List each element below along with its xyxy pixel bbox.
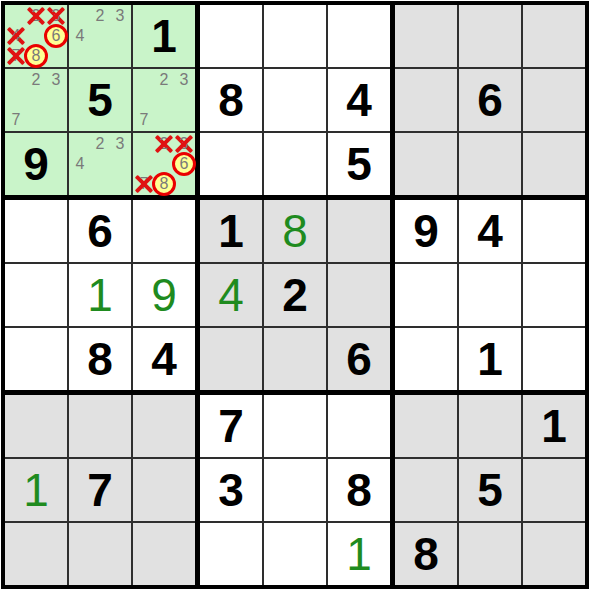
pencil-mark-3: 3	[110, 134, 130, 154]
cell-r1-c6[interactable]	[395, 69, 457, 131]
cell-r7-c7[interactable]: 5	[459, 459, 521, 521]
box-3: 61984	[5, 200, 195, 390]
cell-r2-c5[interactable]: 5	[328, 133, 390, 195]
cell-r7-c0[interactable]: 1	[5, 459, 67, 521]
cell-r5-c1[interactable]: 8	[69, 328, 131, 390]
box-5: 941	[395, 200, 585, 390]
cell-r7-c2[interactable]	[133, 459, 195, 521]
pencil-mark-2: 2	[154, 70, 174, 90]
pencil-grid: 237	[6, 70, 66, 130]
cell-value: 1	[346, 531, 372, 577]
cell-value: 9	[413, 208, 439, 254]
cell-value: 1	[218, 208, 244, 254]
pencil-mark-8-circled: 8	[26, 46, 46, 66]
cell-r2-c6[interactable]	[395, 133, 457, 195]
cell-r3-c6[interactable]: 9	[395, 200, 457, 262]
cell-r2-c8[interactable]	[523, 133, 585, 195]
pencil-mark-7: 7	[6, 110, 26, 130]
cell-r7-c4[interactable]	[264, 459, 326, 521]
cell-r5-c5[interactable]: 6	[328, 328, 390, 390]
cell-r6-c3[interactable]: 7	[200, 395, 262, 457]
box-2: 6	[395, 5, 585, 195]
cell-r6-c7[interactable]	[459, 395, 521, 457]
pencil-grid: 234678	[6, 6, 66, 66]
cell-value: 5	[87, 77, 113, 123]
pencil-mark-3-crossed-out: 3	[46, 6, 66, 26]
pencil-mark-3: 3	[174, 70, 194, 90]
cell-r8-c1[interactable]	[69, 523, 131, 585]
cell-value: 1	[151, 13, 177, 59]
cell-r0-c4[interactable]	[264, 5, 326, 67]
pencil-mark-8-circled: 8	[154, 174, 174, 194]
cell-r8-c0[interactable]	[5, 523, 67, 585]
cell-r1-c3[interactable]: 8	[200, 69, 262, 131]
cell-r1-c2[interactable]: 237	[133, 69, 195, 131]
pencil-mark-6-circled: 6	[46, 26, 66, 46]
cell-value: 2	[282, 272, 308, 318]
cell-value: 9	[151, 272, 177, 318]
cell-value: 1	[541, 403, 567, 449]
cell-r4-c4[interactable]: 2	[264, 264, 326, 326]
cell-value: 1	[87, 272, 113, 318]
cell-r8-c2[interactable]	[133, 523, 195, 585]
cell-r0-c1[interactable]: 234	[69, 5, 131, 67]
cell-r7-c1[interactable]: 7	[69, 459, 131, 521]
cell-r5-c2[interactable]: 4	[133, 328, 195, 390]
cell-r5-c8[interactable]	[523, 328, 585, 390]
cell-value: 6	[477, 77, 503, 123]
pencil-mark-2-crossed-out: 2	[154, 134, 174, 154]
pencil-mark-6-circled: 6	[174, 154, 194, 174]
pencil-mark-7: 7	[134, 110, 154, 130]
cell-r4-c2[interactable]: 9	[133, 264, 195, 326]
cell-r6-c0[interactable]	[5, 395, 67, 457]
box-8: 158	[395, 395, 585, 585]
cell-r5-c4[interactable]	[264, 328, 326, 390]
pencil-grid: 234	[70, 6, 130, 66]
cell-r1-c4[interactable]	[264, 69, 326, 131]
box-4: 18426	[200, 200, 390, 390]
cell-r0-c3[interactable]	[200, 5, 262, 67]
cell-r6-c2[interactable]	[133, 395, 195, 457]
cell-value: 5	[346, 141, 372, 187]
cell-r6-c1[interactable]	[69, 395, 131, 457]
cell-r3-c7[interactable]: 4	[459, 200, 521, 262]
cell-r2-c2[interactable]: 23678	[133, 133, 195, 195]
box-7: 7381	[200, 395, 390, 585]
cell-r4-c7[interactable]	[459, 264, 521, 326]
cell-r5-c3[interactable]	[200, 328, 262, 390]
cell-r0-c5[interactable]	[328, 5, 390, 67]
pencil-mark-4-crossed-out: 4	[6, 26, 26, 46]
cell-r1-c0[interactable]: 237	[5, 69, 67, 131]
cell-r6-c4[interactable]	[264, 395, 326, 457]
cell-r1-c7[interactable]: 6	[459, 69, 521, 131]
cell-r4-c3[interactable]: 4	[200, 264, 262, 326]
sudoku-board: 2346782341237523792342367884566198418426…	[1, 1, 589, 589]
cell-value: 7	[218, 403, 244, 449]
cell-r0-c0[interactable]: 234678	[5, 5, 67, 67]
cell-value: 8	[218, 77, 244, 123]
cell-r7-c6[interactable]	[395, 459, 457, 521]
cell-r8-c8[interactable]	[523, 523, 585, 585]
cell-r2-c7[interactable]	[459, 133, 521, 195]
cell-value: 6	[346, 336, 372, 382]
cell-value: 4	[477, 208, 503, 254]
cell-value: 5	[477, 467, 503, 513]
pencil-mark-4: 4	[70, 154, 90, 174]
pencil-mark-2: 2	[26, 70, 46, 90]
cell-r3-c0[interactable]	[5, 200, 67, 262]
cell-r3-c2[interactable]	[133, 200, 195, 262]
cell-value: 8	[346, 467, 372, 513]
cell-value: 9	[23, 141, 49, 187]
cell-r2-c0[interactable]: 9	[5, 133, 67, 195]
pencil-mark-3-crossed-out: 3	[174, 134, 194, 154]
cell-r8-c3[interactable]	[200, 523, 262, 585]
cell-r3-c8[interactable]	[523, 200, 585, 262]
cell-value: 4	[218, 272, 244, 318]
cell-r8-c6[interactable]: 8	[395, 523, 457, 585]
box-0: 23467823412375237923423678	[5, 5, 195, 195]
cell-r6-c8[interactable]: 1	[523, 395, 585, 457]
cell-r2-c1[interactable]: 234	[69, 133, 131, 195]
pencil-mark-3: 3	[46, 70, 66, 90]
cell-r1-c5[interactable]: 4	[328, 69, 390, 131]
pencil-grid: 234	[70, 134, 130, 194]
pencil-mark-2: 2	[90, 6, 110, 26]
cell-value: 4	[151, 336, 177, 382]
cell-r6-c6[interactable]	[395, 395, 457, 457]
cell-value: 8	[413, 531, 439, 577]
box-6: 17	[5, 395, 195, 585]
cell-value: 8	[87, 336, 113, 382]
cell-value: 1	[477, 336, 503, 382]
box-1: 845	[200, 5, 390, 195]
cell-r4-c5[interactable]	[328, 264, 390, 326]
cell-r5-c6[interactable]	[395, 328, 457, 390]
cell-r3-c1[interactable]: 6	[69, 200, 131, 262]
pencil-grid: 237	[134, 70, 194, 130]
cell-r1-c1[interactable]: 5	[69, 69, 131, 131]
cell-value: 3	[218, 467, 244, 513]
cell-r3-c4[interactable]: 8	[264, 200, 326, 262]
cell-r4-c8[interactable]	[523, 264, 585, 326]
cell-r2-c4[interactable]	[264, 133, 326, 195]
cell-r0-c8[interactable]	[523, 5, 585, 67]
cell-value: 4	[346, 77, 372, 123]
cell-r4-c1[interactable]: 1	[69, 264, 131, 326]
cell-r4-c6[interactable]	[395, 264, 457, 326]
cell-r5-c7[interactable]: 1	[459, 328, 521, 390]
cell-r7-c5[interactable]: 8	[328, 459, 390, 521]
cell-r0-c2[interactable]: 1	[133, 5, 195, 67]
cell-value: 1	[23, 467, 49, 513]
cell-value: 8	[282, 208, 308, 254]
cell-r1-c8[interactable]	[523, 69, 585, 131]
cell-r3-c3[interactable]: 1	[200, 200, 262, 262]
cell-r7-c8[interactable]	[523, 459, 585, 521]
cell-r7-c3[interactable]: 3	[200, 459, 262, 521]
pencil-grid: 23678	[134, 134, 194, 194]
cell-r0-c6[interactable]	[395, 5, 457, 67]
pencil-mark-7-crossed-out: 7	[134, 174, 154, 194]
cell-r8-c4[interactable]	[264, 523, 326, 585]
page: 2346782341237523792342367884566198418426…	[0, 0, 593, 590]
cell-value: 6	[87, 208, 113, 254]
cell-value: 7	[87, 467, 113, 513]
cell-r4-c0[interactable]	[5, 264, 67, 326]
cell-r6-c5[interactable]	[328, 395, 390, 457]
pencil-mark-3: 3	[110, 6, 130, 26]
cell-r3-c5[interactable]	[328, 200, 390, 262]
cell-r2-c3[interactable]	[200, 133, 262, 195]
cell-r5-c0[interactable]	[5, 328, 67, 390]
pencil-mark-2-crossed-out: 2	[26, 6, 46, 26]
cell-r8-c7[interactable]	[459, 523, 521, 585]
cell-r8-c5[interactable]: 1	[328, 523, 390, 585]
pencil-mark-2: 2	[90, 134, 110, 154]
pencil-mark-7-crossed-out: 7	[6, 46, 26, 66]
cell-r0-c7[interactable]	[459, 5, 521, 67]
pencil-mark-4: 4	[70, 26, 90, 46]
